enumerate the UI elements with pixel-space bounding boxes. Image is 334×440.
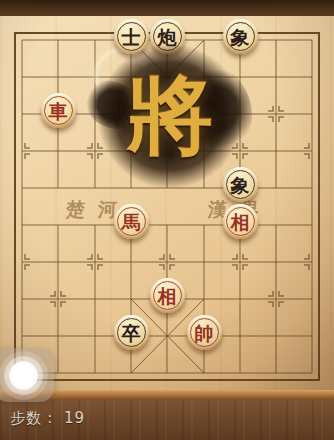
piece-character: 相: [223, 204, 258, 239]
piece-red-r5c3[interactable]: 馬: [114, 204, 149, 239]
piece-character: 馬: [114, 204, 149, 239]
step-counter-label: 步数：: [10, 409, 58, 427]
piece-character: 卒: [114, 315, 149, 350]
piece-red-r8c5[interactable]: 帥: [187, 315, 222, 350]
piece-black-r8c3[interactable]: 卒: [114, 315, 149, 350]
piece-red-r5c6[interactable]: 相: [223, 204, 258, 239]
check-banner-text: 將: [95, 40, 245, 190]
step-counter-value: 19: [64, 409, 85, 427]
piece-character: 車: [41, 93, 76, 128]
piece-red-r2c1[interactable]: 車: [41, 93, 76, 128]
piece-character: 相: [150, 278, 185, 313]
step-counter: 步数：19: [10, 409, 85, 428]
xiangqi-app-screen: 楚河 漢界 士炮象車将象馬相相卒帥 將 步数：19: [0, 0, 334, 440]
piece-red-r7c4[interactable]: 相: [150, 278, 185, 313]
assistive-touch-button[interactable]: [9, 361, 38, 390]
piece-character: 帥: [187, 315, 222, 350]
